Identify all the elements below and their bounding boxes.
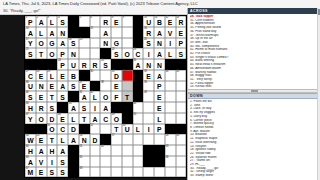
cell-letter: C (28, 73, 33, 81)
cell-letter: T (125, 94, 129, 102)
grid-cell[interactable]: N (68, 48, 79, 59)
cell-letter: D (92, 137, 97, 145)
cell-letter: E (39, 94, 44, 102)
cell-number: 56 (79, 134, 82, 137)
grid-cell[interactable]: I (143, 124, 154, 135)
grid-cell[interactable]: I (165, 38, 176, 49)
grid-cell[interactable]: N (154, 38, 165, 49)
cell-number: 44 (26, 102, 29, 105)
cell-letter: P (28, 19, 33, 27)
grid-cell[interactable] (133, 145, 144, 156)
grid-cell[interactable] (111, 167, 122, 178)
grid-cell[interactable]: A (57, 81, 68, 92)
cell-letter: N (157, 40, 162, 48)
grid-cell[interactable]: 64A (25, 156, 36, 167)
cell-letter: E (39, 73, 44, 81)
cell-number: 25 (101, 59, 104, 62)
grid-cell[interactable]: O (47, 48, 58, 59)
grid-cell[interactable]: 45A (68, 102, 79, 113)
grid-cell[interactable] (79, 48, 90, 59)
grid-cell[interactable] (100, 156, 111, 167)
grid-cell[interactable]: T (47, 91, 58, 102)
cell-number: 11 (155, 16, 158, 19)
black-cell (79, 70, 90, 81)
grid-cell[interactable]: 32 (122, 70, 133, 81)
grid-cell[interactable]: T (79, 113, 90, 124)
cell-number: 59 (176, 134, 179, 137)
grid-cell[interactable] (100, 124, 111, 135)
grid-cell[interactable]: 5 (79, 16, 90, 27)
grid-cell[interactable] (111, 156, 122, 167)
cell-letter: E (50, 83, 55, 91)
cell-letter: C (103, 116, 108, 124)
cell-letter: L (50, 73, 54, 81)
grid-cell[interactable]: H (47, 145, 58, 156)
across-header-label: ACROSS (190, 9, 208, 13)
grid-cell[interactable] (111, 145, 122, 156)
cell-letter: E (146, 73, 151, 81)
grid-cell[interactable]: 33E (143, 70, 154, 81)
grid-cell[interactable]: 62 (100, 145, 111, 156)
grid-cell[interactable] (176, 145, 187, 156)
crossword-grid[interactable]: 1P2A3L4S567R8E910U11B12E13R14ALAN15A16RA… (24, 15, 187, 178)
cell-number: 66 (165, 156, 168, 159)
cell-letter: H (28, 105, 33, 113)
grid-cell[interactable]: 20S (143, 38, 154, 49)
grid-cell[interactable]: S (68, 81, 79, 92)
cell-letter: R (103, 19, 108, 27)
cell-letter: U (28, 83, 33, 91)
cell-letter: N (39, 83, 44, 91)
grid-cell[interactable]: 48E (57, 113, 68, 124)
grid-cell[interactable]: S (47, 102, 58, 113)
grid-cell[interactable]: 3L (47, 16, 58, 27)
grid-cell[interactable] (154, 134, 165, 145)
grid-cell[interactable]: 66 (165, 156, 176, 167)
cell-letter: P (179, 40, 184, 48)
cell-number: 63 (165, 145, 168, 148)
cell-letter: E (60, 73, 65, 81)
black-cell (133, 70, 144, 81)
cell-letter: O (124, 51, 129, 59)
cell-letter: L (61, 137, 65, 145)
cell-letter: E (60, 116, 65, 124)
cell-number: 13 (176, 16, 179, 19)
cell-number: 58 (165, 134, 168, 137)
grid-cell[interactable]: T (36, 48, 47, 59)
cell-letter: G (49, 40, 54, 48)
cell-number: 38 (101, 81, 104, 84)
cell-number: 16 (144, 27, 147, 30)
black-cell (133, 16, 144, 27)
grid-cell[interactable] (154, 167, 165, 178)
grid-cell[interactable]: E (154, 91, 165, 102)
cell-letter: S (60, 159, 65, 167)
cell-letter: B (71, 73, 76, 81)
cell-letter: S (146, 40, 151, 48)
grid-cell[interactable] (111, 27, 122, 38)
grid-cell[interactable] (122, 167, 133, 178)
grid-cell[interactable]: 49O (111, 113, 122, 124)
black-cell (143, 145, 154, 156)
cell-letter: A (39, 19, 44, 27)
cell-letter: A (157, 73, 162, 81)
grid-cell[interactable]: 51O (47, 124, 58, 135)
grid-cell[interactable]: A (57, 145, 68, 156)
cell-letter: I (94, 105, 96, 113)
cell-number: 43 (144, 91, 147, 94)
grid-cell[interactable]: I (143, 48, 154, 59)
grid-cell[interactable]: S (79, 102, 90, 113)
grid-cell[interactable]: 57 (111, 134, 122, 145)
grid-cell[interactable] (133, 134, 144, 145)
grid-cell[interactable]: A (90, 113, 101, 124)
grid-cell[interactable]: O (36, 38, 47, 49)
cell-letter: A (92, 116, 97, 124)
grid-cell[interactable] (100, 70, 111, 81)
cell-letter: E (114, 19, 119, 27)
cell-letter: I (148, 51, 150, 59)
cell-letter: P (60, 51, 65, 59)
grid-cell[interactable]: A (100, 27, 111, 38)
current-clue-text: 30. "Ready, ___, go!" (3, 8, 40, 13)
grid-cell[interactable] (176, 102, 187, 113)
grid-cell[interactable]: 13R (176, 16, 187, 27)
cell-number: 53 (122, 124, 125, 127)
grid-cell[interactable]: C (100, 113, 111, 124)
cell-letter: A (28, 30, 33, 38)
cell-number: 51 (47, 124, 50, 127)
grid-cell[interactable]: 9 (122, 16, 133, 27)
grid-cell[interactable]: 53U (122, 124, 133, 135)
grid-cell[interactable]: L (68, 113, 79, 124)
cell-letter: T (114, 126, 118, 134)
grid-cell[interactable]: 22S (111, 48, 122, 59)
grid-cell[interactable]: A (68, 134, 79, 145)
grid-cell[interactable]: N (36, 81, 47, 92)
cell-letter: E (157, 94, 162, 102)
grid-cell[interactable] (122, 38, 133, 49)
grid-cell[interactable]: 16R (143, 27, 154, 38)
grid-cell[interactable]: I (47, 156, 58, 167)
grid-cell[interactable]: 43 (143, 91, 154, 102)
cell-letter: T (50, 137, 54, 145)
cell-letter: L (71, 116, 75, 124)
cell-letter: V (168, 30, 173, 38)
cell-number: 62 (101, 145, 104, 148)
cell-number: 36 (26, 81, 29, 84)
cell-number: 22 (112, 48, 115, 51)
grid-cell[interactable] (90, 156, 101, 167)
cell-number: 67 (26, 167, 29, 170)
grid-cell[interactable]: A (47, 27, 58, 38)
grid-cell[interactable]: 29L (47, 70, 58, 81)
grid-cell[interactable]: 2A (36, 16, 47, 27)
cell-letter: A (28, 159, 33, 167)
grid-cell[interactable]: O (100, 91, 111, 102)
grid-cell[interactable] (176, 91, 187, 102)
grid-cell[interactable]: P (154, 81, 165, 92)
grid-cell[interactable]: 28E (36, 70, 47, 81)
grid-cell[interactable]: L (165, 48, 176, 59)
cell-letter: N (60, 30, 65, 38)
grid-cell[interactable]: V (36, 156, 47, 167)
grid-cell[interactable]: R (79, 59, 90, 70)
grid-cell[interactable]: 24P (57, 59, 68, 70)
grid-cell[interactable]: 35 (176, 70, 187, 81)
cell-letter: E (82, 83, 87, 91)
cell-letter: E (179, 30, 184, 38)
cell-number: 27 (26, 70, 29, 73)
cell-number: 19 (79, 38, 82, 41)
grid-cell[interactable]: 25S (100, 59, 111, 70)
grid-cell[interactable]: S (57, 91, 68, 102)
grid-cell[interactable]: 11B (154, 16, 165, 27)
grid-cell[interactable]: S (57, 156, 68, 167)
cell-letter: D (71, 126, 76, 134)
cell-number: 48 (58, 113, 61, 116)
grid-cell[interactable]: 68 (79, 167, 90, 178)
grid-cell[interactable]: V (165, 27, 176, 38)
grid-cell[interactable] (165, 167, 176, 178)
grid-cell[interactable]: T (47, 134, 58, 145)
cell-number: 64 (26, 156, 29, 159)
grid-cell[interactable] (90, 38, 101, 49)
grid-cell[interactable]: A (57, 38, 68, 49)
grid-cell[interactable] (90, 167, 101, 178)
cell-number: 23 (133, 48, 136, 51)
cell-letter: O (38, 40, 43, 48)
cell-letter: L (39, 30, 43, 38)
grid-cell[interactable]: 26A (133, 59, 144, 70)
grid-cell[interactable]: C (57, 124, 68, 135)
grid-cell[interactable]: S (47, 167, 58, 178)
cell-number: 54 (26, 134, 29, 137)
grid-cell[interactable]: O (122, 48, 133, 59)
grid-cell[interactable]: N (57, 27, 68, 38)
grid-cell[interactable]: 67M (25, 167, 36, 178)
cell-letter: O (114, 116, 119, 124)
grid-cell[interactable]: U (68, 59, 79, 70)
grid-cell[interactable] (122, 145, 133, 156)
down-header-label: DOWN (190, 94, 203, 98)
grid-cell[interactable] (165, 113, 176, 124)
across-clue-list: 28. Taco topper31. Corn holders34. Appre… (188, 14, 320, 89)
cell-number: 6 (90, 16, 91, 19)
black-cell (133, 27, 144, 38)
cell-number: 46 (133, 102, 136, 105)
grid-cell[interactable] (122, 156, 133, 167)
grid-cell[interactable]: 15 (90, 27, 101, 38)
grid-cell[interactable]: 55E (36, 134, 47, 145)
grid-cell[interactable]: E (111, 81, 122, 92)
grid-cell[interactable]: O (36, 113, 47, 124)
cell-letter: T (50, 94, 54, 102)
grid-cell[interactable]: 41A (79, 91, 90, 102)
grid-cell[interactable]: B (68, 70, 79, 81)
cell-number: 35 (176, 70, 179, 73)
grid-cell[interactable]: I (90, 102, 101, 113)
grid-cell[interactable] (143, 167, 154, 178)
grid-cell[interactable]: S (57, 167, 68, 178)
grid-cell[interactable] (90, 145, 101, 156)
cell-number: 4 (58, 16, 59, 19)
cell-letter: Y (28, 40, 33, 48)
grid-cell[interactable]: L (154, 113, 165, 124)
cell-letter: N (71, 51, 76, 59)
grid-cell[interactable]: A (154, 48, 165, 59)
grid-cell[interactable] (143, 134, 154, 145)
cell-letter: A (39, 148, 44, 156)
black-cell (122, 102, 133, 113)
grid-cell[interactable]: 38 (100, 81, 111, 92)
grid-cell[interactable]: E (57, 70, 68, 81)
cell-letter: Y (28, 116, 33, 124)
grid-cell[interactable]: T (122, 91, 133, 102)
grid-cell[interactable]: N (100, 38, 111, 49)
grid-cell[interactable] (176, 167, 187, 178)
grid-cell[interactable]: 8E (111, 16, 122, 27)
down-clue[interactable]: 33. Stamp sheet (190, 174, 319, 178)
grid-cell[interactable] (143, 102, 154, 113)
clue-panel: ACROSS 28. Taco topper31. Corn holders34… (187, 8, 320, 180)
grid-cell[interactable] (165, 102, 176, 113)
cell-letter: N (103, 40, 108, 48)
grid-cell[interactable]: S (176, 48, 187, 59)
grid-cell[interactable]: 7R (100, 16, 111, 27)
grid-cell[interactable]: L (57, 134, 68, 145)
cell-letter: F (114, 94, 118, 102)
grid-cell[interactable]: 14A (25, 27, 36, 38)
cell-number: 31 (112, 70, 115, 73)
grid-cell[interactable]: P (154, 124, 165, 135)
cell-letter: H (28, 148, 33, 156)
grid-cell[interactable] (133, 156, 144, 167)
grid-cell[interactable]: L (36, 27, 47, 38)
grid-cell[interactable]: 30 (90, 70, 101, 81)
cell-number: 26 (133, 59, 136, 62)
grid-cell[interactable]: 59 (176, 134, 187, 145)
grid-cell[interactable]: N (154, 59, 165, 70)
grid-cell[interactable]: 50 (133, 113, 144, 124)
grid-cell[interactable]: 21S (25, 48, 36, 59)
grid-cell[interactable]: 47Y (25, 113, 36, 124)
cell-number: 3 (47, 16, 48, 19)
grid-cell[interactable]: E (154, 102, 165, 113)
grid-cell[interactable]: 19 (79, 38, 90, 49)
grid-cell[interactable] (165, 81, 176, 92)
grid-cell[interactable]: 34 (165, 70, 176, 81)
grid-cell[interactable]: G (47, 38, 58, 49)
cell-number: 7 (101, 16, 102, 19)
grid-cell[interactable]: A (36, 145, 47, 156)
cell-letter: S (28, 51, 33, 59)
grid-cell[interactable]: D (90, 134, 101, 145)
black-cell (68, 145, 79, 156)
grid-cell[interactable]: 27C (25, 70, 36, 81)
grid-cell[interactable] (133, 167, 144, 178)
cell-letter: S (28, 94, 33, 102)
cell-number: 45 (69, 102, 72, 105)
cell-number: 33 (144, 70, 147, 73)
cell-number: 50 (133, 113, 136, 116)
cell-letter: A (71, 137, 76, 145)
cell-letter: S (82, 105, 87, 113)
cell-letter: I (51, 159, 53, 167)
cell-number: 47 (26, 113, 29, 116)
cell-letter: S (71, 83, 76, 91)
grid-cell[interactable]: 65 (79, 156, 90, 167)
cell-number: 30 (90, 70, 93, 73)
grid-cell[interactable] (176, 81, 187, 92)
grid-cell[interactable]: 52 (90, 124, 101, 135)
grid-cell[interactable]: E (176, 27, 187, 38)
grid-cell[interactable]: 18S (68, 38, 79, 49)
cell-letter: W (27, 137, 33, 145)
cell-letter: A (60, 148, 65, 156)
grid-cell[interactable] (143, 113, 154, 124)
grid-cell[interactable] (90, 48, 101, 59)
cell-number: 8 (112, 16, 113, 19)
grid-cell[interactable]: L (133, 124, 144, 135)
cell-letter: L (50, 19, 54, 27)
black-cell (79, 27, 90, 38)
grid-cell[interactable]: F (111, 91, 122, 102)
cell-letter: V (39, 159, 44, 167)
grid-cell[interactable] (122, 134, 133, 145)
cell-number: 17 (26, 38, 29, 41)
cell-number: 34 (165, 70, 168, 73)
grid-cell[interactable]: R (36, 102, 47, 113)
cell-number: 68 (79, 167, 82, 170)
grid-cell[interactable]: A (154, 27, 165, 38)
puzzle-title: LA Times, Thu, Jul 6, 2023, LA Times Dai… (3, 1, 198, 6)
grid-cell[interactable]: 31D (111, 70, 122, 81)
cell-number: 32 (122, 70, 125, 73)
cell-letter: D (114, 73, 119, 81)
cell-number: 49 (112, 113, 115, 116)
splitter-grabber-icon (251, 90, 258, 92)
cell-number: 40 (26, 91, 29, 94)
cell-number: 41 (79, 91, 82, 94)
cell-number: 12 (165, 16, 168, 19)
cell-letter: E (157, 105, 162, 113)
grid-cell[interactable] (176, 156, 187, 167)
grid-cell[interactable] (100, 167, 111, 178)
cell-letter: A (157, 30, 162, 38)
grid-cell[interactable]: E (47, 81, 58, 92)
grid-cell[interactable]: A (154, 70, 165, 81)
cell-number: 5 (79, 16, 80, 19)
grid-cell[interactable] (165, 91, 176, 102)
grid-cell[interactable]: 42L (90, 91, 101, 102)
grid-cell[interactable]: D (68, 124, 79, 135)
grid-cell[interactable]: E (36, 167, 47, 178)
grid-cell[interactable]: A (100, 102, 111, 113)
cell-letter: E (39, 169, 44, 177)
grid-cell[interactable]: D (47, 113, 58, 124)
grid-cell[interactable]: E (36, 91, 47, 102)
cell-letter: O (49, 126, 54, 134)
grid-cell[interactable]: 4S (57, 16, 68, 27)
cell-number: 29 (47, 70, 50, 73)
grid-cell[interactable] (122, 27, 133, 38)
grid-cell[interactable]: P (176, 38, 187, 49)
grid-cell[interactable] (176, 113, 187, 124)
grid-cell[interactable] (122, 81, 133, 92)
black-cell (154, 145, 165, 156)
grid-cell[interactable]: 12E (165, 16, 176, 27)
